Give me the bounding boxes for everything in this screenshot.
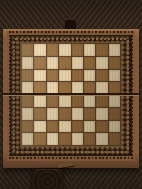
square-h8[interactable]: [109, 44, 120, 56]
square-d1[interactable]: [59, 133, 70, 145]
square-a7[interactable]: [22, 57, 33, 69]
square-h7[interactable]: [109, 57, 120, 69]
square-g1[interactable]: [96, 133, 107, 145]
table-surface: [0, 0, 142, 189]
square-d8[interactable]: [59, 44, 70, 56]
square-d2[interactable]: [59, 121, 70, 133]
square-a1[interactable]: [22, 133, 33, 145]
square-h6[interactable]: [109, 70, 120, 82]
square-e4[interactable]: [72, 95, 83, 107]
square-h3[interactable]: [109, 108, 120, 120]
square-d4[interactable]: [59, 95, 70, 107]
square-g2[interactable]: [96, 121, 107, 133]
square-g7[interactable]: [96, 57, 107, 69]
square-a3[interactable]: [22, 108, 33, 120]
square-f8[interactable]: [84, 44, 95, 56]
square-d6[interactable]: [59, 70, 70, 82]
square-f3[interactable]: [84, 108, 95, 120]
square-c3[interactable]: [47, 108, 58, 120]
square-e3[interactable]: [72, 108, 83, 120]
square-b7[interactable]: [34, 57, 45, 69]
square-c6[interactable]: [47, 70, 58, 82]
square-e1[interactable]: [72, 133, 83, 145]
square-g3[interactable]: [96, 108, 107, 120]
square-h1[interactable]: [109, 133, 120, 145]
square-b3[interactable]: [34, 108, 45, 120]
square-c1[interactable]: [47, 133, 58, 145]
rear-clasp-knob: [65, 20, 76, 28]
square-g6[interactable]: [96, 70, 107, 82]
square-b1[interactable]: [34, 133, 45, 145]
square-d3[interactable]: [59, 108, 70, 120]
square-a4[interactable]: [22, 95, 33, 107]
square-g8[interactable]: [96, 44, 107, 56]
square-a2[interactable]: [22, 121, 33, 133]
square-c2[interactable]: [47, 121, 58, 133]
square-f2[interactable]: [84, 121, 95, 133]
square-g4[interactable]: [96, 95, 107, 107]
square-c4[interactable]: [47, 95, 58, 107]
square-a6[interactable]: [22, 70, 33, 82]
square-d7[interactable]: [59, 57, 70, 69]
square-f4[interactable]: [84, 95, 95, 107]
chess-box: [3, 29, 139, 168]
square-e8[interactable]: [72, 44, 83, 56]
square-f6[interactable]: [84, 70, 95, 82]
square-e7[interactable]: [72, 57, 83, 69]
square-c8[interactable]: [47, 44, 58, 56]
square-f7[interactable]: [84, 57, 95, 69]
square-f1[interactable]: [84, 133, 95, 145]
square-c7[interactable]: [47, 57, 58, 69]
front-latch-medallion: [32, 169, 63, 189]
square-a8[interactable]: [22, 44, 33, 56]
square-b4[interactable]: [34, 95, 45, 107]
fold-seam: [3, 93, 139, 96]
square-h2[interactable]: [109, 121, 120, 133]
square-h4[interactable]: [109, 95, 120, 107]
square-b8[interactable]: [34, 44, 45, 56]
square-b6[interactable]: [34, 70, 45, 82]
square-e2[interactable]: [72, 121, 83, 133]
square-e6[interactable]: [72, 70, 83, 82]
square-b2[interactable]: [34, 121, 45, 133]
